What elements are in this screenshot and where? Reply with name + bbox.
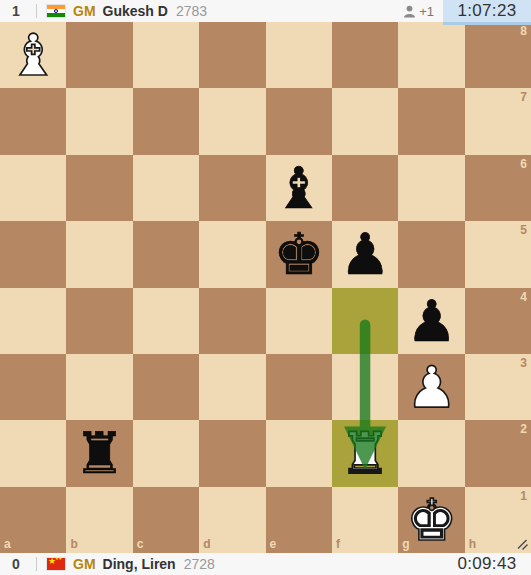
square-g4[interactable]: ♟︎ xyxy=(398,288,464,354)
china-flag-icon: ★★★ xyxy=(47,558,65,570)
piece-white-pawn[interactable]: ♟︎ xyxy=(406,355,457,419)
square-f3[interactable] xyxy=(332,354,398,420)
square-a4[interactable] xyxy=(0,288,66,354)
square-h4[interactable]: 4 xyxy=(465,288,531,354)
square-c6[interactable] xyxy=(133,155,199,221)
square-h7[interactable]: 7 xyxy=(465,88,531,154)
square-d6[interactable] xyxy=(199,155,265,221)
person-icon xyxy=(403,5,416,18)
square-g2[interactable] xyxy=(398,420,464,486)
square-a5[interactable] xyxy=(0,221,66,287)
piece-white-bishop[interactable]: ♝ xyxy=(8,23,59,87)
rank-label-6: 6 xyxy=(520,157,527,171)
square-e5[interactable]: ♚ xyxy=(266,221,332,287)
spectator-count: +1 xyxy=(403,4,434,19)
file-label-b: b xyxy=(70,537,77,551)
top-player-title: GM xyxy=(73,3,96,19)
piece-black-bishop[interactable]: ♝ xyxy=(273,156,324,220)
square-f6[interactable] xyxy=(332,155,398,221)
square-f7[interactable] xyxy=(332,88,398,154)
piece-black-pawn[interactable]: ♟︎ xyxy=(406,289,457,353)
square-f1[interactable]: f xyxy=(332,487,398,553)
piece-black-rook[interactable]: ♜ xyxy=(74,421,125,485)
file-label-f: f xyxy=(336,537,340,551)
divider xyxy=(36,4,37,18)
square-f2[interactable]: ♜ xyxy=(332,420,398,486)
square-b7[interactable] xyxy=(66,88,132,154)
square-f8[interactable] xyxy=(332,22,398,88)
top-player-rating: 2783 xyxy=(176,3,207,19)
square-a1[interactable]: a xyxy=(0,487,66,553)
rank-label-7: 7 xyxy=(520,90,527,104)
square-c8[interactable] xyxy=(133,22,199,88)
square-b1[interactable]: b xyxy=(66,487,132,553)
square-a2[interactable] xyxy=(0,420,66,486)
piece-black-king[interactable]: ♚ xyxy=(273,222,324,286)
india-flag-icon xyxy=(47,5,65,17)
bottom-player-bar: 0 ★★★ GM Ding, Liren 2728 0:09:43 xyxy=(0,553,531,575)
square-e4[interactable] xyxy=(266,288,332,354)
file-label-a: a xyxy=(4,537,11,551)
square-e8[interactable] xyxy=(266,22,332,88)
resize-handle-icon[interactable] xyxy=(516,538,529,551)
rank-label-5: 5 xyxy=(520,223,527,237)
file-label-c: c xyxy=(137,537,144,551)
square-g3[interactable]: ♟︎ xyxy=(398,354,464,420)
bottom-player-name[interactable]: Ding, Liren xyxy=(103,556,176,572)
square-e7[interactable] xyxy=(266,88,332,154)
rank-label-3: 3 xyxy=(520,356,527,370)
square-h8[interactable]: 8 xyxy=(465,22,531,88)
square-d5[interactable] xyxy=(199,221,265,287)
square-c5[interactable] xyxy=(133,221,199,287)
square-f5[interactable]: ♟︎ xyxy=(332,221,398,287)
square-d4[interactable] xyxy=(199,288,265,354)
square-c2[interactable] xyxy=(133,420,199,486)
square-h2[interactable]: 2 xyxy=(465,420,531,486)
square-b2[interactable]: ♜ xyxy=(66,420,132,486)
square-b4[interactable] xyxy=(66,288,132,354)
top-player-score: 1 xyxy=(4,3,28,19)
chess-tv-window: 1 GM Gukesh D 2783 +1 1:07:23 ♝87♝6♚♟︎5♟… xyxy=(0,0,531,575)
square-c3[interactable] xyxy=(133,354,199,420)
square-a3[interactable] xyxy=(0,354,66,420)
bottom-player-title: GM xyxy=(73,556,96,572)
bottom-player-clock: 0:09:43 xyxy=(443,553,531,575)
square-a7[interactable] xyxy=(0,88,66,154)
square-e1[interactable]: e xyxy=(266,487,332,553)
square-g6[interactable] xyxy=(398,155,464,221)
square-h5[interactable]: 5 xyxy=(465,221,531,287)
spectator-count-label: +1 xyxy=(419,4,434,19)
rank-label-4: 4 xyxy=(520,290,527,304)
square-d2[interactable] xyxy=(199,420,265,486)
rank-label-1: 1 xyxy=(520,489,527,503)
square-a8[interactable]: ♝ xyxy=(0,22,66,88)
square-e3[interactable] xyxy=(266,354,332,420)
square-c7[interactable] xyxy=(133,88,199,154)
bottom-player-rating: 2728 xyxy=(184,556,215,572)
square-b6[interactable] xyxy=(66,155,132,221)
square-b8[interactable] xyxy=(66,22,132,88)
top-player-name[interactable]: Gukesh D xyxy=(103,3,168,19)
square-e2[interactable] xyxy=(266,420,332,486)
top-player-bar: 1 GM Gukesh D 2783 +1 1:07:23 xyxy=(0,0,531,22)
file-label-d: d xyxy=(203,537,210,551)
square-g5[interactable] xyxy=(398,221,464,287)
square-g1[interactable]: g♚ xyxy=(398,487,464,553)
rank-label-2: 2 xyxy=(520,422,527,436)
square-g8[interactable] xyxy=(398,22,464,88)
divider xyxy=(36,557,37,571)
piece-white-rook[interactable]: ♜ xyxy=(340,421,391,485)
square-b5[interactable] xyxy=(66,221,132,287)
last-move-highlight xyxy=(332,288,398,354)
piece-white-king[interactable]: ♚ xyxy=(406,488,457,552)
file-label-h: h xyxy=(469,537,476,551)
square-h3[interactable]: 3 xyxy=(465,354,531,420)
square-b3[interactable] xyxy=(66,354,132,420)
piece-black-pawn[interactable]: ♟︎ xyxy=(340,222,391,286)
square-h6[interactable]: 6 xyxy=(465,155,531,221)
square-d7[interactable] xyxy=(199,88,265,154)
top-player-clock: 1:07:23 xyxy=(443,0,531,22)
square-c1[interactable]: c xyxy=(133,487,199,553)
square-g7[interactable] xyxy=(398,88,464,154)
square-e6[interactable]: ♝ xyxy=(266,155,332,221)
chess-board[interactable]: ♝87♝6♚♟︎5♟︎4♟︎3♜♜2abcdefg♚h1 xyxy=(0,22,531,553)
square-a6[interactable] xyxy=(0,155,66,221)
small-stars-icon: ★★ xyxy=(55,558,62,562)
square-d1[interactable]: d xyxy=(199,487,265,553)
file-label-e: e xyxy=(270,537,277,551)
square-d8[interactable] xyxy=(199,22,265,88)
chakra-dot xyxy=(54,9,58,13)
square-d3[interactable] xyxy=(199,354,265,420)
square-c4[interactable] xyxy=(133,288,199,354)
rank-label-8: 8 xyxy=(520,24,527,38)
square-f4[interactable] xyxy=(332,288,398,354)
bottom-player-score: 0 xyxy=(4,556,28,572)
